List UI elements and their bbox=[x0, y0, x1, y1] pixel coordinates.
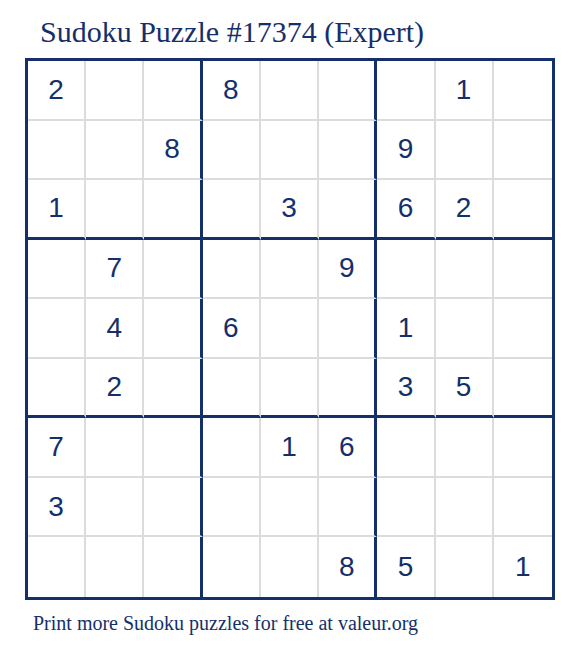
sudoku-cell[interactable] bbox=[261, 359, 319, 419]
sudoku-cell[interactable]: 1 bbox=[377, 299, 435, 359]
sudoku-cell[interactable] bbox=[319, 478, 377, 538]
sudoku-cell[interactable] bbox=[436, 537, 494, 597]
sudoku-cell[interactable] bbox=[86, 418, 144, 478]
sudoku-cell[interactable] bbox=[203, 418, 261, 478]
sudoku-cell[interactable] bbox=[261, 537, 319, 597]
sudoku-cell[interactable]: 6 bbox=[203, 299, 261, 359]
sudoku-cell[interactable] bbox=[319, 61, 377, 121]
sudoku-cell[interactable] bbox=[319, 359, 377, 419]
sudoku-cell[interactable] bbox=[319, 299, 377, 359]
sudoku-cell[interactable] bbox=[86, 180, 144, 240]
sudoku-cell[interactable] bbox=[494, 180, 552, 240]
sudoku-cell[interactable] bbox=[261, 61, 319, 121]
sudoku-cell[interactable]: 1 bbox=[436, 61, 494, 121]
sudoku-cell[interactable]: 6 bbox=[377, 180, 435, 240]
page-title: Sudoku Puzzle #17374 (Expert) bbox=[40, 15, 424, 49]
sudoku-cell[interactable] bbox=[319, 121, 377, 181]
sudoku-cell[interactable] bbox=[144, 61, 202, 121]
sudoku-cell[interactable] bbox=[494, 418, 552, 478]
sudoku-cell[interactable]: 2 bbox=[436, 180, 494, 240]
sudoku-cell[interactable] bbox=[28, 240, 86, 300]
sudoku-cell[interactable]: 7 bbox=[86, 240, 144, 300]
sudoku-cell[interactable] bbox=[144, 359, 202, 419]
sudoku-cell[interactable]: 8 bbox=[203, 61, 261, 121]
sudoku-cell[interactable] bbox=[203, 240, 261, 300]
sudoku-cell[interactable] bbox=[86, 61, 144, 121]
sudoku-cell[interactable] bbox=[494, 299, 552, 359]
sudoku-cell[interactable] bbox=[377, 240, 435, 300]
sudoku-cell[interactable] bbox=[144, 299, 202, 359]
sudoku-cell[interactable] bbox=[261, 240, 319, 300]
sudoku-cell[interactable]: 6 bbox=[319, 418, 377, 478]
sudoku-cell[interactable] bbox=[377, 478, 435, 538]
sudoku-cell[interactable] bbox=[436, 478, 494, 538]
sudoku-cell[interactable] bbox=[144, 180, 202, 240]
sudoku-cell[interactable] bbox=[144, 240, 202, 300]
sudoku-cell[interactable]: 9 bbox=[377, 121, 435, 181]
sudoku-cell[interactable] bbox=[203, 478, 261, 538]
sudoku-cell[interactable] bbox=[86, 478, 144, 538]
sudoku-cell[interactable]: 2 bbox=[28, 61, 86, 121]
sudoku-cell[interactable]: 1 bbox=[28, 180, 86, 240]
sudoku-cell[interactable] bbox=[494, 240, 552, 300]
sudoku-cell[interactable] bbox=[494, 359, 552, 419]
sudoku-page: Sudoku Puzzle #17374 (Expert) 2818913627… bbox=[0, 0, 580, 651]
sudoku-cell[interactable] bbox=[86, 121, 144, 181]
sudoku-cell[interactable] bbox=[86, 537, 144, 597]
sudoku-cell[interactable] bbox=[203, 180, 261, 240]
sudoku-cell[interactable]: 9 bbox=[319, 240, 377, 300]
sudoku-cell[interactable] bbox=[261, 299, 319, 359]
sudoku-cell[interactable] bbox=[436, 121, 494, 181]
sudoku-cell[interactable] bbox=[261, 121, 319, 181]
sudoku-cell[interactable] bbox=[144, 418, 202, 478]
sudoku-cell[interactable] bbox=[377, 418, 435, 478]
sudoku-cell[interactable] bbox=[28, 299, 86, 359]
sudoku-cell[interactable] bbox=[436, 418, 494, 478]
sudoku-cell[interactable] bbox=[436, 299, 494, 359]
sudoku-cell[interactable] bbox=[319, 180, 377, 240]
sudoku-grid: 281891362794612357163851 bbox=[25, 58, 555, 600]
sudoku-cell[interactable] bbox=[261, 478, 319, 538]
sudoku-cell[interactable]: 1 bbox=[494, 537, 552, 597]
sudoku-cell[interactable] bbox=[203, 537, 261, 597]
sudoku-cell[interactable]: 3 bbox=[28, 478, 86, 538]
sudoku-cell[interactable]: 2 bbox=[86, 359, 144, 419]
sudoku-cell[interactable] bbox=[494, 478, 552, 538]
sudoku-cell[interactable]: 7 bbox=[28, 418, 86, 478]
sudoku-cell[interactable] bbox=[28, 121, 86, 181]
sudoku-cell[interactable]: 3 bbox=[377, 359, 435, 419]
sudoku-cell[interactable]: 5 bbox=[377, 537, 435, 597]
sudoku-cell[interactable]: 4 bbox=[86, 299, 144, 359]
sudoku-cell[interactable] bbox=[144, 537, 202, 597]
sudoku-cell[interactable] bbox=[436, 240, 494, 300]
sudoku-cell[interactable] bbox=[494, 61, 552, 121]
sudoku-cell[interactable]: 8 bbox=[144, 121, 202, 181]
sudoku-cell[interactable] bbox=[28, 359, 86, 419]
footer-text: Print more Sudoku puzzles for free at va… bbox=[33, 612, 418, 635]
sudoku-cell[interactable]: 1 bbox=[261, 418, 319, 478]
sudoku-cell[interactable] bbox=[28, 537, 86, 597]
sudoku-cell[interactable] bbox=[144, 478, 202, 538]
sudoku-cell[interactable] bbox=[203, 359, 261, 419]
sudoku-cell[interactable] bbox=[377, 61, 435, 121]
sudoku-cell[interactable] bbox=[203, 121, 261, 181]
sudoku-cell[interactable] bbox=[494, 121, 552, 181]
sudoku-cell[interactable]: 8 bbox=[319, 537, 377, 597]
sudoku-cell[interactable]: 3 bbox=[261, 180, 319, 240]
sudoku-cell[interactable]: 5 bbox=[436, 359, 494, 419]
